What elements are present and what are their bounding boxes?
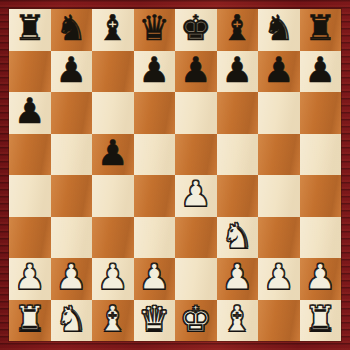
- white-bishop-f1[interactable]: ♝: [222, 302, 253, 337]
- square-e1[interactable]: ♚: [175, 300, 217, 342]
- square-c6[interactable]: [92, 92, 134, 134]
- square-g5[interactable]: [258, 134, 300, 176]
- square-f7[interactable]: ♟: [217, 51, 259, 93]
- board: ♜♞♝♛♚♝♞♜♟♟♟♟♟♟♟♟♟♞♟♟♟♟♟♟♟♜♞♝♛♚♝♜: [9, 9, 341, 341]
- white-pawn-g2[interactable]: ♟: [263, 260, 294, 295]
- square-d7[interactable]: ♟: [134, 51, 176, 93]
- square-a6[interactable]: ♟: [9, 92, 51, 134]
- white-rook-h1[interactable]: ♜: [305, 302, 336, 337]
- square-b8[interactable]: ♞: [51, 9, 93, 51]
- square-c1[interactable]: ♝: [92, 300, 134, 342]
- square-f2[interactable]: ♟: [217, 258, 259, 300]
- square-f1[interactable]: ♝: [217, 300, 259, 342]
- chess-app: ♜♞♝♛♚♝♞♜♟♟♟♟♟♟♟♟♟♞♟♟♟♟♟♟♟♜♞♝♛♚♝♜: [0, 0, 350, 350]
- square-a5[interactable]: [9, 134, 51, 176]
- white-rook-a1[interactable]: ♜: [14, 302, 45, 337]
- square-e5[interactable]: [175, 134, 217, 176]
- square-h5[interactable]: [300, 134, 342, 176]
- square-f8[interactable]: ♝: [217, 9, 259, 51]
- white-pawn-h2[interactable]: ♟: [305, 260, 336, 295]
- white-pawn-c2[interactable]: ♟: [97, 260, 128, 295]
- square-b2[interactable]: ♟: [51, 258, 93, 300]
- black-king-e8[interactable]: ♚: [180, 11, 211, 46]
- square-e8[interactable]: ♚: [175, 9, 217, 51]
- square-d8[interactable]: ♛: [134, 9, 176, 51]
- square-g8[interactable]: ♞: [258, 9, 300, 51]
- square-h4[interactable]: [300, 175, 342, 217]
- square-h3[interactable]: [300, 217, 342, 259]
- black-pawn-e7[interactable]: ♟: [180, 53, 211, 88]
- square-a2[interactable]: ♟: [9, 258, 51, 300]
- white-king-e1[interactable]: ♚: [180, 302, 211, 337]
- square-c8[interactable]: ♝: [92, 9, 134, 51]
- square-b1[interactable]: ♞: [51, 300, 93, 342]
- board-frame: ♜♞♝♛♚♝♞♜♟♟♟♟♟♟♟♟♟♞♟♟♟♟♟♟♟♜♞♝♛♚♝♜: [0, 0, 350, 350]
- black-pawn-f7[interactable]: ♟: [222, 53, 253, 88]
- black-pawn-c5[interactable]: ♟: [97, 136, 128, 171]
- square-h7[interactable]: ♟: [300, 51, 342, 93]
- square-d5[interactable]: [134, 134, 176, 176]
- square-a3[interactable]: [9, 217, 51, 259]
- square-b7[interactable]: ♟: [51, 51, 93, 93]
- square-e4[interactable]: ♟: [175, 175, 217, 217]
- square-h2[interactable]: ♟: [300, 258, 342, 300]
- square-a1[interactable]: ♜: [9, 300, 51, 342]
- white-knight-b1[interactable]: ♞: [56, 302, 87, 337]
- square-a4[interactable]: [9, 175, 51, 217]
- square-d3[interactable]: [134, 217, 176, 259]
- square-h1[interactable]: ♜: [300, 300, 342, 342]
- square-g4[interactable]: [258, 175, 300, 217]
- black-rook-a8[interactable]: ♜: [14, 11, 45, 46]
- black-pawn-a6[interactable]: ♟: [14, 94, 45, 129]
- black-pawn-b7[interactable]: ♟: [56, 53, 87, 88]
- black-bishop-c8[interactable]: ♝: [97, 11, 128, 46]
- square-c4[interactable]: [92, 175, 134, 217]
- white-pawn-e4[interactable]: ♟: [180, 177, 211, 212]
- black-bishop-f8[interactable]: ♝: [222, 11, 253, 46]
- square-f6[interactable]: [217, 92, 259, 134]
- square-g3[interactable]: [258, 217, 300, 259]
- black-pawn-h7[interactable]: ♟: [305, 53, 336, 88]
- square-g6[interactable]: [258, 92, 300, 134]
- white-pawn-b2[interactable]: ♟: [56, 260, 87, 295]
- square-b4[interactable]: [51, 175, 93, 217]
- square-g2[interactable]: ♟: [258, 258, 300, 300]
- white-queen-d1[interactable]: ♛: [139, 302, 170, 337]
- white-pawn-f2[interactable]: ♟: [222, 260, 253, 295]
- square-e3[interactable]: [175, 217, 217, 259]
- square-d4[interactable]: [134, 175, 176, 217]
- white-pawn-d2[interactable]: ♟: [139, 260, 170, 295]
- square-e6[interactable]: [175, 92, 217, 134]
- black-pawn-d7[interactable]: ♟: [139, 53, 170, 88]
- square-c2[interactable]: ♟: [92, 258, 134, 300]
- square-e7[interactable]: ♟: [175, 51, 217, 93]
- square-e2[interactable]: [175, 258, 217, 300]
- square-g1[interactable]: [258, 300, 300, 342]
- white-knight-f3[interactable]: ♞: [222, 219, 253, 254]
- square-f4[interactable]: [217, 175, 259, 217]
- square-f3[interactable]: ♞: [217, 217, 259, 259]
- white-pawn-a2[interactable]: ♟: [14, 260, 45, 295]
- black-knight-b8[interactable]: ♞: [56, 11, 87, 46]
- square-a8[interactable]: ♜: [9, 9, 51, 51]
- square-c5[interactable]: ♟: [92, 134, 134, 176]
- white-bishop-c1[interactable]: ♝: [97, 302, 128, 337]
- square-b3[interactable]: [51, 217, 93, 259]
- square-c7[interactable]: [92, 51, 134, 93]
- square-b6[interactable]: [51, 92, 93, 134]
- black-pawn-g7[interactable]: ♟: [263, 53, 294, 88]
- square-f5[interactable]: [217, 134, 259, 176]
- square-h8[interactable]: ♜: [300, 9, 342, 51]
- square-h6[interactable]: [300, 92, 342, 134]
- square-g7[interactable]: ♟: [258, 51, 300, 93]
- black-rook-h8[interactable]: ♜: [305, 11, 336, 46]
- square-d2[interactable]: ♟: [134, 258, 176, 300]
- square-c3[interactable]: [92, 217, 134, 259]
- black-queen-d8[interactable]: ♛: [139, 11, 170, 46]
- black-knight-g8[interactable]: ♞: [263, 11, 294, 46]
- square-a7[interactable]: [9, 51, 51, 93]
- square-b5[interactable]: [51, 134, 93, 176]
- square-d6[interactable]: [134, 92, 176, 134]
- square-d1[interactable]: ♛: [134, 300, 176, 342]
